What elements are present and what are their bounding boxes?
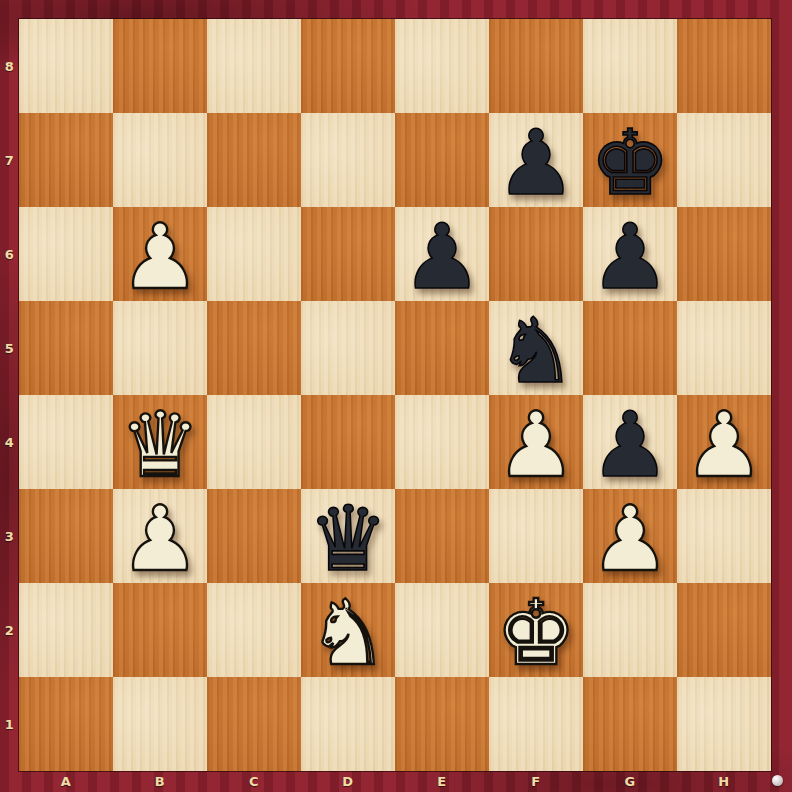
piece-white-pawn-h4[interactable]: ♟ — [684, 400, 765, 489]
piece-black-queen-d3[interactable]: ♛ — [308, 494, 389, 583]
square-a8[interactable] — [19, 19, 113, 113]
square-d8[interactable] — [301, 19, 395, 113]
square-e1[interactable] — [395, 677, 489, 771]
square-f6[interactable] — [489, 207, 583, 301]
rank-label-3: 3 — [0, 489, 19, 583]
chess-board[interactable]: ♟♚♟♟♟♞♛♟♟♟♟♛♟♞♚ — [19, 19, 771, 771]
square-c5[interactable] — [207, 301, 301, 395]
square-d7[interactable] — [301, 113, 395, 207]
rank-label-7: 7 — [0, 113, 19, 207]
piece-black-pawn-g4[interactable]: ♟ — [590, 400, 671, 489]
piece-white-pawn-g3[interactable]: ♟ — [590, 494, 671, 583]
rank-label-2: 2 — [0, 583, 19, 677]
rank-label-5: 5 — [0, 301, 19, 395]
square-c7[interactable] — [207, 113, 301, 207]
piece-white-knight-d2[interactable]: ♞ — [308, 588, 389, 677]
piece-black-pawn-f7[interactable]: ♟ — [496, 118, 577, 207]
square-g8[interactable] — [583, 19, 677, 113]
square-h2[interactable] — [677, 583, 771, 677]
square-f5[interactable]: ♞ — [489, 301, 583, 395]
square-b1[interactable] — [113, 677, 207, 771]
square-b4[interactable]: ♛ — [113, 395, 207, 489]
square-d1[interactable] — [301, 677, 395, 771]
square-g2[interactable] — [583, 583, 677, 677]
square-a7[interactable] — [19, 113, 113, 207]
square-b5[interactable] — [113, 301, 207, 395]
square-h3[interactable] — [677, 489, 771, 583]
square-e4[interactable] — [395, 395, 489, 489]
piece-black-knight-f5[interactable]: ♞ — [496, 306, 577, 395]
square-a3[interactable] — [19, 489, 113, 583]
piece-black-pawn-e6[interactable]: ♟ — [402, 212, 483, 301]
rank-labels: 87654321 — [0, 19, 19, 771]
square-a2[interactable] — [19, 583, 113, 677]
square-g1[interactable] — [583, 677, 677, 771]
file-labels: ABCDEFGH — [19, 771, 771, 792]
piece-black-pawn-g6[interactable]: ♟ — [590, 212, 671, 301]
square-e7[interactable] — [395, 113, 489, 207]
square-f3[interactable] — [489, 489, 583, 583]
square-e5[interactable] — [395, 301, 489, 395]
square-b8[interactable] — [113, 19, 207, 113]
rank-label-6: 6 — [0, 207, 19, 301]
square-h7[interactable] — [677, 113, 771, 207]
chess-board-frame: 87654321 ♟♚♟♟♟♞♛♟♟♟♟♛♟♞♚ ABCDEFGH — [0, 0, 792, 792]
square-f2[interactable]: ♚ — [489, 583, 583, 677]
square-g6[interactable]: ♟ — [583, 207, 677, 301]
piece-white-pawn-f4[interactable]: ♟ — [496, 400, 577, 489]
square-f4[interactable]: ♟ — [489, 395, 583, 489]
square-c6[interactable] — [207, 207, 301, 301]
piece-white-pawn-b6[interactable]: ♟ — [120, 212, 201, 301]
square-e8[interactable] — [395, 19, 489, 113]
rank-label-4: 4 — [0, 395, 19, 489]
square-d2[interactable]: ♞ — [301, 583, 395, 677]
square-d3[interactable]: ♛ — [301, 489, 395, 583]
square-b7[interactable] — [113, 113, 207, 207]
file-label-e: E — [395, 771, 489, 792]
file-label-g: G — [583, 771, 677, 792]
square-c2[interactable] — [207, 583, 301, 677]
square-g4[interactable]: ♟ — [583, 395, 677, 489]
square-d6[interactable] — [301, 207, 395, 301]
square-d4[interactable] — [301, 395, 395, 489]
square-a4[interactable] — [19, 395, 113, 489]
square-c3[interactable] — [207, 489, 301, 583]
square-a6[interactable] — [19, 207, 113, 301]
square-h8[interactable] — [677, 19, 771, 113]
corner-dot — [772, 775, 783, 786]
square-g5[interactable] — [583, 301, 677, 395]
square-d5[interactable] — [301, 301, 395, 395]
file-label-d: D — [301, 771, 395, 792]
square-g7[interactable]: ♚ — [583, 113, 677, 207]
piece-white-king-f2[interactable]: ♚ — [496, 588, 577, 677]
file-label-b: B — [113, 771, 207, 792]
piece-black-king-g7[interactable]: ♚ — [590, 118, 671, 207]
square-a5[interactable] — [19, 301, 113, 395]
square-f7[interactable]: ♟ — [489, 113, 583, 207]
file-label-f: F — [489, 771, 583, 792]
square-g3[interactable]: ♟ — [583, 489, 677, 583]
square-h4[interactable]: ♟ — [677, 395, 771, 489]
square-c8[interactable] — [207, 19, 301, 113]
square-b2[interactable] — [113, 583, 207, 677]
square-h1[interactable] — [677, 677, 771, 771]
square-a1[interactable] — [19, 677, 113, 771]
rank-label-8: 8 — [0, 19, 19, 113]
file-label-h: H — [677, 771, 771, 792]
square-f8[interactable] — [489, 19, 583, 113]
square-f1[interactable] — [489, 677, 583, 771]
piece-white-pawn-b3[interactable]: ♟ — [120, 494, 201, 583]
square-b3[interactable]: ♟ — [113, 489, 207, 583]
square-e3[interactable] — [395, 489, 489, 583]
square-c1[interactable] — [207, 677, 301, 771]
square-e2[interactable] — [395, 583, 489, 677]
square-b6[interactable]: ♟ — [113, 207, 207, 301]
square-e6[interactable]: ♟ — [395, 207, 489, 301]
file-label-c: C — [207, 771, 301, 792]
square-h5[interactable] — [677, 301, 771, 395]
piece-white-queen-b4[interactable]: ♛ — [120, 400, 201, 489]
rank-label-1: 1 — [0, 677, 19, 771]
square-c4[interactable] — [207, 395, 301, 489]
file-label-a: A — [19, 771, 113, 792]
square-h6[interactable] — [677, 207, 771, 301]
